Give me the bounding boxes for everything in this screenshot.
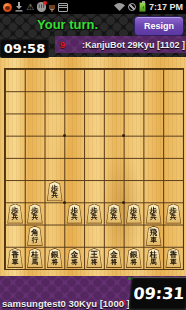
no-signal-icon: [128, 3, 136, 11]
status-clock: 7:17 PM: [149, 2, 183, 12]
hoshi-dot: [122, 134, 125, 137]
opponent-badge: 9: [60, 40, 65, 50]
shogi-piece-bishop[interactable]: 角行: [26, 226, 43, 246]
shogi-board-grid[interactable]: 歩兵歩兵歩兵歩兵歩兵歩兵歩兵歩兵歩兵角行飛車香車桂馬銀将金将王将金将銀将桂馬香車: [4, 68, 184, 270]
hoshi-dot: [122, 201, 125, 204]
turn-message: Your turn.: [37, 17, 98, 32]
status-bar: ⚠ ψ 7:17 PM: [0, 0, 186, 14]
shogi-piece-pawn[interactable]: 歩兵: [26, 204, 43, 224]
player-clock: 09:31: [129, 277, 186, 310]
battery-charging-icon: [139, 2, 146, 12]
shogi-piece-pawn[interactable]: 歩兵: [46, 181, 63, 201]
shogi-piece-knight[interactable]: 桂馬: [26, 248, 43, 268]
wifi-icon: [114, 3, 125, 11]
shogi-board[interactable]: 歩兵歩兵歩兵歩兵歩兵歩兵歩兵歩兵歩兵角行飛車香車桂馬銀将金将王将金将銀将桂馬香車: [0, 57, 186, 276]
download-icon: [15, 2, 23, 12]
shogi-piece-silver[interactable]: 銀将: [46, 248, 63, 268]
shogi-piece-pawn[interactable]: 歩兵: [125, 204, 142, 224]
hoshi-dot: [63, 201, 66, 204]
shogi-piece-pawn[interactable]: 歩兵: [106, 204, 123, 224]
opponent-clock: 09:58: [0, 39, 49, 58]
app-notification-icon: [3, 3, 12, 12]
player-name-label: samsungtest0 30Kyu [1000 ]: [2, 298, 130, 309]
app-screen: ⚠ ψ 7:17 PM Your turn. Resign 9 :KanjuBo…: [0, 0, 186, 310]
shogi-piece-pawn[interactable]: 歩兵: [66, 204, 83, 224]
shogi-piece-lance[interactable]: 香車: [165, 248, 182, 268]
keyboard-icon: [58, 3, 68, 12]
resign-button[interactable]: Resign: [134, 16, 184, 36]
opponent-name-label: :KanjuBot 29Kyu [1102 ]: [82, 40, 186, 50]
shogi-piece-pawn[interactable]: 歩兵: [165, 204, 182, 224]
shogi-piece-gold[interactable]: 金将: [66, 248, 83, 268]
shogi-piece-pawn[interactable]: 歩兵: [145, 204, 162, 224]
notification-dot: [43, 1, 47, 5]
shogi-piece-pawn[interactable]: 歩兵: [7, 204, 24, 224]
mask-icon: [37, 2, 46, 12]
usb-icon: ψ: [49, 2, 55, 12]
shogi-piece-lance[interactable]: 香車: [7, 248, 24, 268]
shogi-piece-gold[interactable]: 金将: [106, 248, 123, 268]
opponent-bar: 9 :KanjuBot 29Kyu [1102 ]: [55, 36, 186, 53]
shogi-piece-silver[interactable]: 銀将: [125, 248, 142, 268]
warning-icon: ⚠: [26, 2, 34, 12]
hoshi-dot: [63, 134, 66, 137]
shogi-piece-pawn[interactable]: 歩兵: [86, 204, 103, 224]
shogi-piece-rook[interactable]: 飛車: [145, 226, 162, 246]
shogi-piece-knight[interactable]: 桂馬: [145, 248, 162, 268]
shogi-piece-king[interactable]: 王将: [86, 248, 103, 268]
